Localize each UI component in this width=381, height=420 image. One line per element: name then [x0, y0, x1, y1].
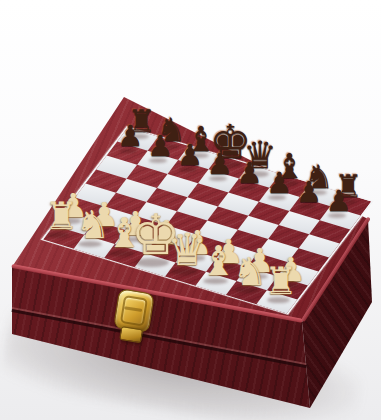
clasp-base-plate: [119, 326, 143, 343]
brass-clasp: [109, 288, 161, 346]
